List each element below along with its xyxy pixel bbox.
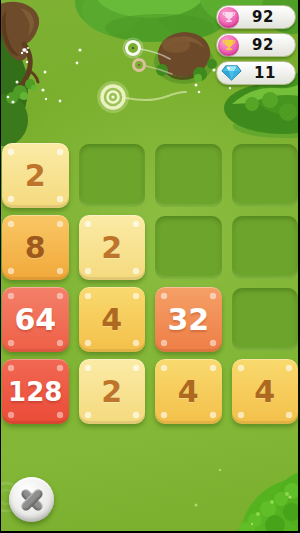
tile-128[interactable]: 128 <box>2 359 69 424</box>
gem-icon <box>219 63 243 84</box>
board[interactable]: 28264432128244 <box>2 143 298 424</box>
tile-4[interactable]: 4 <box>155 359 222 424</box>
tree <box>0 2 39 146</box>
hud-badges: 92 92 <box>216 5 296 85</box>
tile-2[interactable]: 2 <box>79 215 146 280</box>
tile-4[interactable]: 4 <box>79 287 146 352</box>
empty-cell <box>155 144 222 207</box>
bottom-right-bush <box>236 472 300 533</box>
tile-8[interactable]: 8 <box>2 215 69 280</box>
tile-4[interactable]: 4 <box>232 359 299 424</box>
tile-32[interactable]: 32 <box>155 287 222 352</box>
empty-cell <box>79 144 146 207</box>
game-screen: 92 92 <box>0 0 300 533</box>
trophy-pink-icon <box>218 7 239 28</box>
best-value: 92 <box>239 36 295 54</box>
empty-cell <box>232 288 299 351</box>
close-button[interactable] <box>9 477 54 522</box>
trophy-gold-icon <box>218 35 239 56</box>
empty-cell <box>232 216 299 279</box>
gem-badge: 11 <box>216 61 296 85</box>
tile-2[interactable]: 2 <box>79 359 146 424</box>
score-value: 92 <box>239 8 295 26</box>
gem-count: 11 <box>243 64 295 82</box>
tile-64[interactable]: 64 <box>2 287 69 352</box>
tile-2[interactable]: 2 <box>2 143 69 208</box>
score-badge-gold-trophy: 92 <box>216 33 296 57</box>
screen-edge-left <box>0 0 1 533</box>
empty-cell <box>155 216 222 279</box>
screen-edge-right <box>298 0 300 533</box>
empty-cell <box>232 144 299 207</box>
score-badge-pink-trophy: 92 <box>216 5 296 29</box>
